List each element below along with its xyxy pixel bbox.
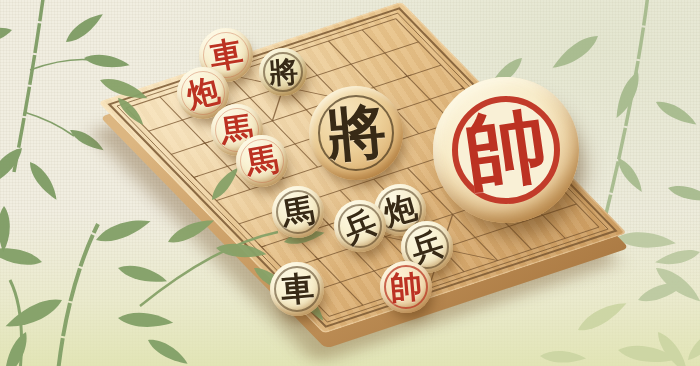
piece-character: 將 xyxy=(324,101,388,165)
piece-black-chariot[interactable]: 車 xyxy=(270,262,324,316)
piece-character: 馬 xyxy=(279,193,316,230)
piece-red-marshal-big[interactable]: 帥 xyxy=(433,77,579,223)
piece-black-soldier-1[interactable]: 兵 xyxy=(334,200,386,252)
piece-red-horse-2[interactable]: 馬 xyxy=(236,135,288,187)
piece-character: 帥 xyxy=(460,104,553,197)
piece-character: 車 xyxy=(279,271,315,307)
piece-character: 帥 xyxy=(389,270,424,305)
piece-character: 馬 xyxy=(243,142,280,179)
xiangqi-splash-scene: 車將炮馬馬將帥馬兵炮兵車帥 xyxy=(0,0,700,366)
piece-black-horse[interactable]: 馬 xyxy=(272,186,324,238)
piece-black-general-big[interactable]: 將 xyxy=(309,86,403,180)
piece-black-general-small[interactable]: 將 xyxy=(259,48,307,96)
piece-character: 兵 xyxy=(339,205,381,247)
piece-red-marshal-small[interactable]: 帥 xyxy=(380,261,432,313)
pieces-layer: 車將炮馬馬將帥馬兵炮兵車帥 xyxy=(0,0,700,366)
piece-character: 炮 xyxy=(184,74,223,113)
piece-character: 將 xyxy=(268,57,299,88)
